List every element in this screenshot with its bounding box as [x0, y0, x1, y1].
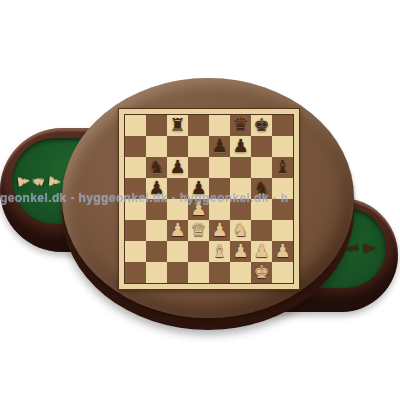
square-h6: ♝ — [272, 157, 293, 178]
square-g6 — [251, 157, 272, 178]
product-photo-chess-set: ♟♞♟♝♟♟♜♟ ♟♜♟♞♟♝♟ ♜♛♚♟♟♞♟♝♟♟♞♟♟♛♟♞♝♟♟♟♚ g… — [0, 0, 400, 400]
square-d8 — [188, 115, 209, 136]
white-pawn: ♟ — [272, 239, 293, 262]
square-h3 — [272, 220, 293, 241]
square-b6: ♞ — [146, 157, 167, 178]
black-pawn: ♟ — [230, 134, 251, 157]
square-e8 — [209, 115, 230, 136]
square-a6 — [125, 157, 146, 178]
white-pawn: ♟ — [230, 239, 251, 262]
square-a2 — [125, 241, 146, 262]
black-knight: ♞ — [146, 155, 167, 178]
square-c8: ♜ — [167, 115, 188, 136]
square-c3: ♟ — [167, 220, 188, 241]
square-f7: ♟ — [230, 136, 251, 157]
square-a7 — [125, 136, 146, 157]
square-c2 — [167, 241, 188, 262]
square-c7 — [167, 136, 188, 157]
square-a1 — [125, 262, 146, 283]
white-king: ♚ — [251, 260, 272, 283]
square-g1: ♚ — [251, 262, 272, 283]
black-bishop: ♝ — [272, 155, 293, 178]
square-e2: ♝ — [209, 241, 230, 262]
square-e6 — [209, 157, 230, 178]
white-pawn: ♟ — [167, 218, 188, 241]
black-pawn-in-drawer: ♟ — [361, 241, 376, 255]
square-e7: ♟ — [209, 136, 230, 157]
square-a3 — [125, 220, 146, 241]
square-g2: ♟ — [251, 241, 272, 262]
square-b1 — [146, 262, 167, 283]
square-h2: ♟ — [272, 241, 293, 262]
square-d3: ♛ — [188, 220, 209, 241]
square-e3: ♟ — [209, 220, 230, 241]
white-queen: ♛ — [188, 218, 209, 241]
square-d7 — [188, 136, 209, 157]
black-king: ♚ — [251, 113, 272, 136]
square-c6: ♟ — [167, 157, 188, 178]
white-pawn: ♟ — [251, 239, 272, 262]
square-h1 — [272, 262, 293, 283]
square-d1 — [188, 262, 209, 283]
square-d2 — [188, 241, 209, 262]
square-f6 — [230, 157, 251, 178]
square-b3 — [146, 220, 167, 241]
black-rook: ♜ — [167, 113, 188, 136]
square-b2 — [146, 241, 167, 262]
square-h8 — [272, 115, 293, 136]
black-pawn: ♟ — [209, 134, 230, 157]
square-b8 — [146, 115, 167, 136]
square-b7 — [146, 136, 167, 157]
square-a8 — [125, 115, 146, 136]
white-bishop: ♝ — [209, 239, 230, 262]
square-d6 — [188, 157, 209, 178]
square-c1 — [167, 262, 188, 283]
white-pawn: ♟ — [209, 218, 230, 241]
black-queen: ♛ — [230, 113, 251, 136]
square-g3 — [251, 220, 272, 241]
square-e1 — [209, 262, 230, 283]
white-knight: ♞ — [230, 218, 251, 241]
square-f8: ♛ — [230, 115, 251, 136]
square-f3: ♞ — [230, 220, 251, 241]
square-g7 — [251, 136, 272, 157]
square-h7 — [272, 136, 293, 157]
square-f1 — [230, 262, 251, 283]
square-g8: ♚ — [251, 115, 272, 136]
watermark-text: geonkel.dk - hyggeonkel.dk - hyggeonkel.… — [0, 191, 400, 205]
black-pawn: ♟ — [167, 155, 188, 178]
square-f2: ♟ — [230, 241, 251, 262]
